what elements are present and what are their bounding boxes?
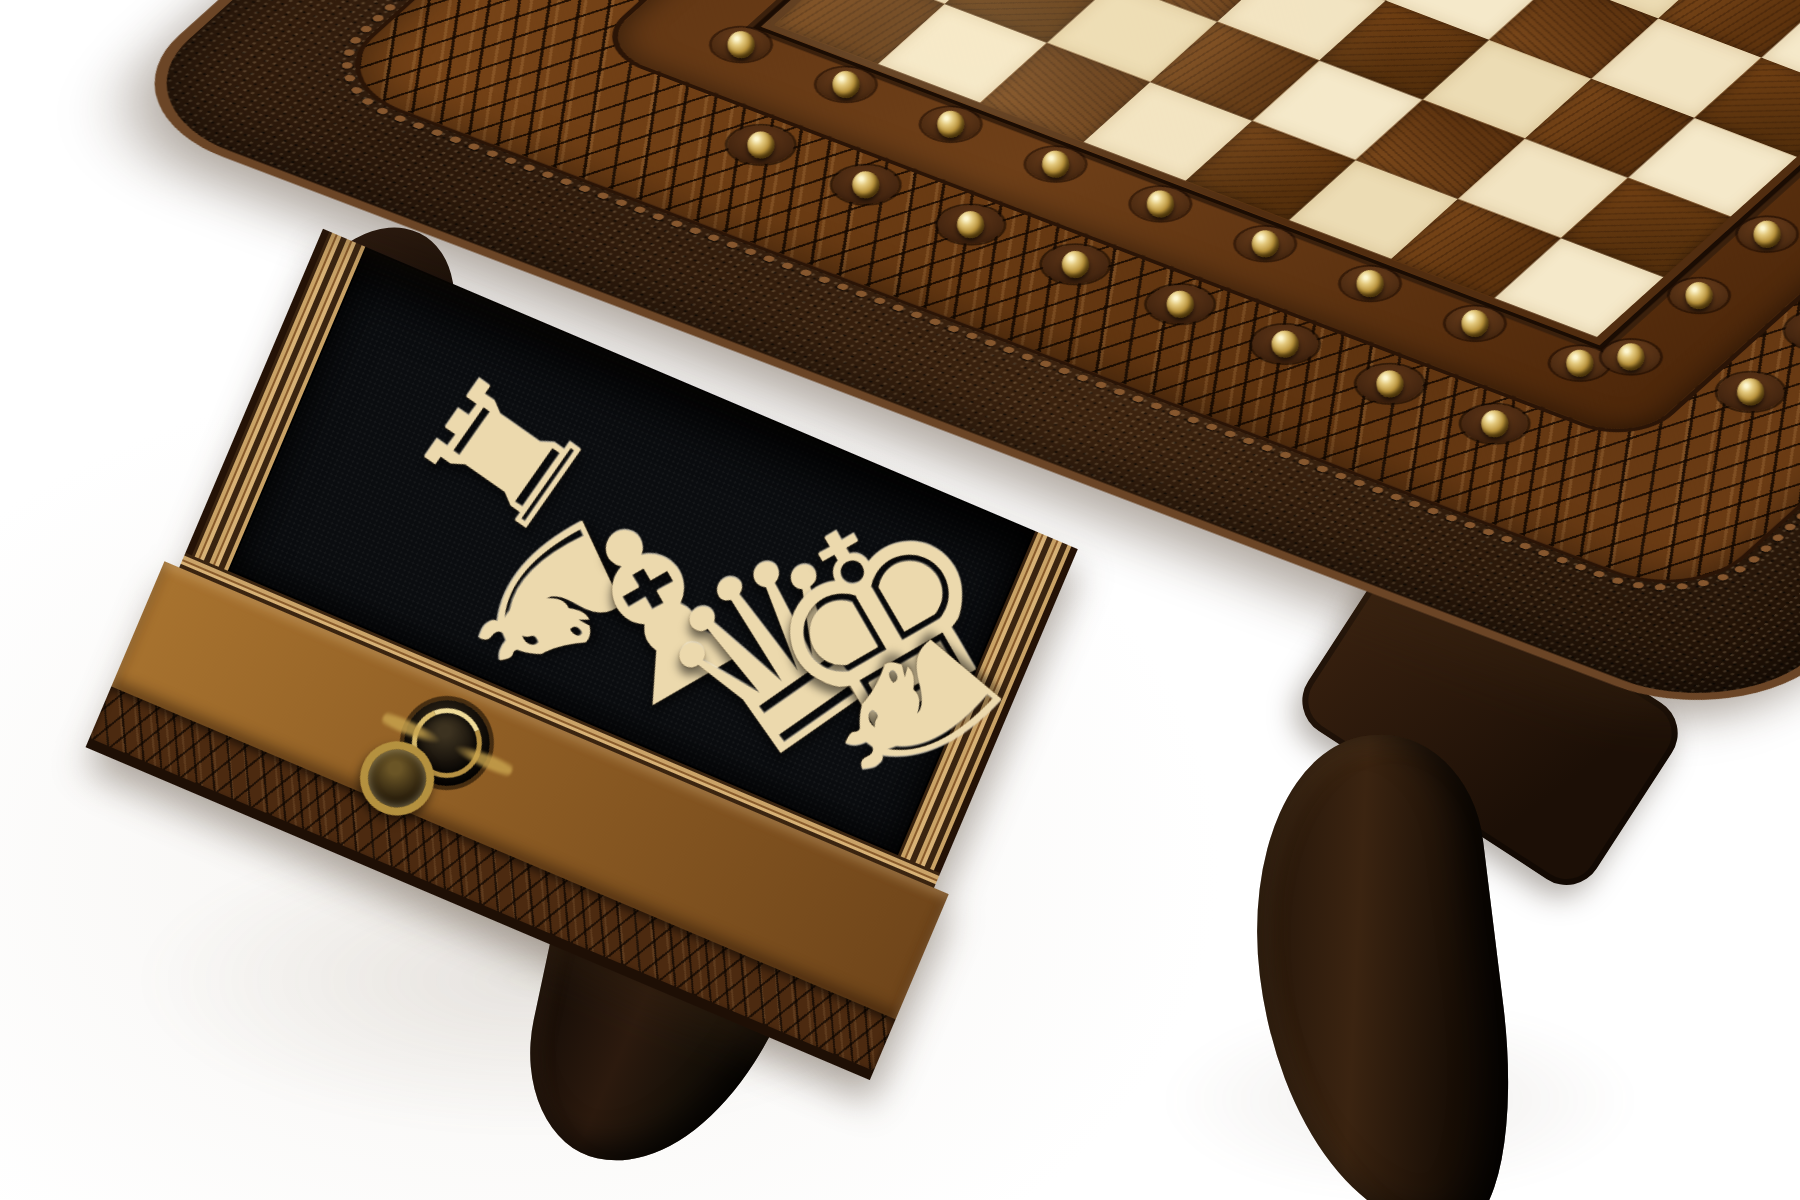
brass-stud xyxy=(1167,291,1194,318)
brass-stud xyxy=(852,171,879,198)
brass-stud xyxy=(957,211,984,238)
brass-stud xyxy=(1461,310,1488,337)
brass-stud xyxy=(1376,370,1403,397)
brass-stud xyxy=(1481,410,1508,437)
brass-stud xyxy=(1357,270,1384,297)
brass-stud xyxy=(1566,350,1593,377)
brass-stud xyxy=(1042,151,1069,178)
chess-table-photo: ♜♞♝♛♚♞ xyxy=(0,0,1800,1200)
brass-stud xyxy=(1685,282,1712,309)
brass-stud xyxy=(1252,230,1279,257)
brass-stud xyxy=(1617,343,1644,370)
brass-stud xyxy=(1147,190,1174,217)
brass-stud xyxy=(1754,221,1781,248)
brass-stud xyxy=(728,31,755,58)
brass-stud xyxy=(1062,251,1089,278)
brass-stud xyxy=(1737,378,1764,405)
brass-stud xyxy=(1272,331,1299,358)
brass-stud xyxy=(747,131,774,158)
brass-stud xyxy=(937,111,964,138)
brass-stud xyxy=(832,71,859,98)
